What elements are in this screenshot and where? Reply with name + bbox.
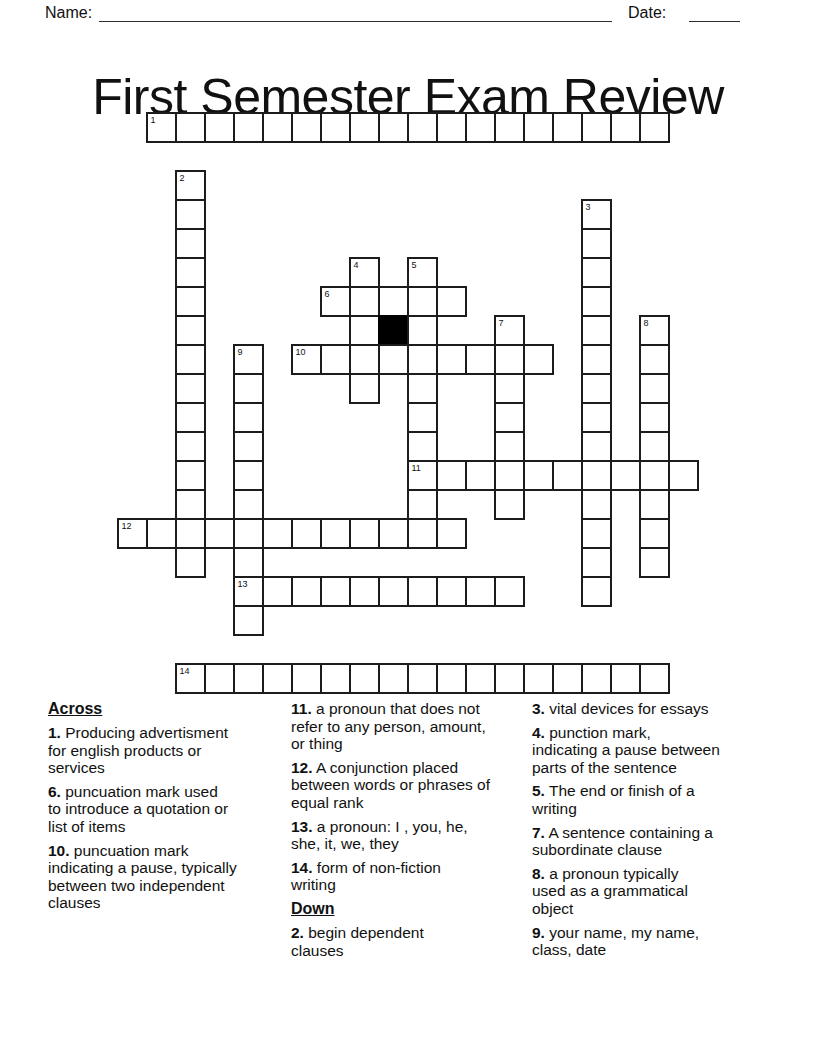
grid-cell[interactable]: [233, 373, 264, 404]
grid-cell[interactable]: [494, 663, 525, 694]
clue-number-label: 3.: [532, 700, 545, 717]
grid-cell[interactable]: [581, 257, 612, 288]
clue-9-down: 9. your name, my name, class, date: [532, 924, 766, 959]
grid-cell[interactable]: [639, 663, 670, 694]
grid-cell[interactable]: [581, 460, 612, 491]
grid-cell[interactable]: [349, 286, 380, 317]
clue-text: Producing advertisment for english produ…: [48, 724, 228, 776]
cell-number-14: 14: [175, 663, 190, 676]
grid-cell[interactable]: [175, 402, 206, 433]
grid-cell[interactable]: [146, 518, 177, 549]
grid-cell[interactable]: [610, 112, 641, 143]
grid-cell[interactable]: [523, 460, 554, 491]
clue-number-label: 10.: [48, 842, 70, 859]
grid-cell[interactable]: [175, 431, 206, 462]
grid-cell[interactable]: [581, 576, 612, 607]
grid-cell[interactable]: [610, 663, 641, 694]
grid-cell[interactable]: [291, 576, 322, 607]
cell-number-5: 5: [407, 257, 417, 270]
grid-cell[interactable]: [639, 489, 670, 520]
grid-cell[interactable]: [262, 112, 293, 143]
grid-cell[interactable]: [320, 518, 351, 549]
cell-number-13: 13: [233, 576, 248, 589]
grid-cell[interactable]: [494, 373, 525, 404]
clue-5-down: 5. The end or finish of a writing: [532, 782, 766, 817]
grid-cell[interactable]: [233, 460, 264, 491]
crossword-grid: 1234567891011121314: [117, 112, 699, 694]
grid-cell[interactable]: [291, 518, 322, 549]
grid-cell[interactable]: [175, 547, 206, 578]
grid-cell[interactable]: [262, 518, 293, 549]
grid-cell[interactable]: [465, 460, 496, 491]
grid-cell[interactable]: [407, 344, 438, 375]
grid-cell[interactable]: [581, 112, 612, 143]
grid-cell[interactable]: [378, 663, 409, 694]
clue-text: puncuation mark used to introduce a quot…: [48, 783, 228, 835]
clue-13-across: 13. a pronoun: I , you, he, she, it, we,…: [291, 818, 537, 853]
cell-number-6: 6: [320, 286, 330, 299]
grid-cell[interactable]: [581, 547, 612, 578]
clue-2-down: 2. begin dependent clauses: [291, 924, 537, 959]
clue-column-3: 3. vital devices for essays4. punction m…: [532, 700, 766, 965]
grid-cell[interactable]: [552, 663, 583, 694]
grid-cell[interactable]: [349, 518, 380, 549]
clue-text: form of non-fiction writing: [291, 859, 441, 894]
grid-cell[interactable]: [581, 402, 612, 433]
clue-number-label: 2.: [291, 924, 304, 941]
grid-cell[interactable]: [175, 489, 206, 520]
clue-text: The end or finish of a writing: [532, 782, 695, 817]
clue-number-label: 12.: [291, 759, 313, 776]
grid-cell[interactable]: [407, 315, 438, 346]
clue-8-down: 8. a pronoun typically used as a grammat…: [532, 865, 766, 918]
grid-cell[interactable]: [523, 112, 554, 143]
grid-cell[interactable]: [407, 286, 438, 317]
clue-4-down: 4. punction mark, indicating a pause bet…: [532, 724, 766, 777]
grid-cell[interactable]: [436, 460, 467, 491]
clue-number-label: 13.: [291, 818, 313, 835]
clue-number-label: 14.: [291, 859, 313, 876]
grid-cell[interactable]: [262, 663, 293, 694]
grid-cell[interactable]: [436, 576, 467, 607]
grid-cell[interactable]: [407, 373, 438, 404]
grid-cell[interactable]: [407, 489, 438, 520]
grid-cell[interactable]: [465, 663, 496, 694]
grid-cell[interactable]: [204, 518, 235, 549]
grid-cell[interactable]: [610, 460, 641, 491]
grid-cell[interactable]: [291, 663, 322, 694]
cell-number-2: 2: [175, 170, 185, 183]
cell-number-4: 4: [349, 257, 359, 270]
grid-cell[interactable]: [436, 663, 467, 694]
grid-cell[interactable]: [175, 228, 206, 259]
clue-number-label: 1.: [48, 724, 61, 741]
grid-cell[interactable]: [233, 605, 264, 636]
clue-7-down: 7. A sentence containing a subordinate c…: [532, 824, 766, 859]
grid-cell[interactable]: [349, 344, 380, 375]
clue-number-label: 5.: [532, 782, 545, 799]
grid-cell[interactable]: [175, 315, 206, 346]
date-label: Date:: [628, 4, 666, 22]
grid-cell[interactable]: [175, 112, 206, 143]
grid-cell[interactable]: [378, 518, 409, 549]
grid-cell[interactable]: [320, 344, 351, 375]
grid-cell[interactable]: [494, 489, 525, 520]
grid-cell[interactable]: [494, 402, 525, 433]
grid-cell[interactable]: [436, 344, 467, 375]
grid-cell[interactable]: [581, 431, 612, 462]
clue-text: puncuation mark indicating a pause, typi…: [48, 842, 237, 912]
worksheet-page: { "game": "crossword", "title": "First S…: [0, 0, 816, 1056]
grid-cell[interactable]: [349, 663, 380, 694]
clue-text: A sentence containing a subordinate clau…: [532, 824, 713, 859]
grid-cell[interactable]: [436, 518, 467, 549]
cell-number-9: 9: [233, 344, 243, 357]
grid-cell[interactable]: [233, 663, 264, 694]
grid-cell[interactable]: [175, 518, 206, 549]
grid-cell[interactable]: [291, 112, 322, 143]
clue-number-label: 4.: [532, 724, 545, 741]
grid-cell[interactable]: [639, 431, 670, 462]
grid-cell[interactable]: [175, 257, 206, 288]
grid-cell[interactable]: [349, 112, 380, 143]
grid-cell[interactable]: [639, 112, 670, 143]
grid-cell[interactable]: [233, 112, 264, 143]
clue-text: begin dependent clauses: [291, 924, 424, 959]
grid-cell[interactable]: [436, 112, 467, 143]
cell-number-10: 10: [291, 344, 306, 357]
grid-cell[interactable]: [639, 373, 670, 404]
grid-cell[interactable]: [175, 344, 206, 375]
grid-cell[interactable]: [233, 431, 264, 462]
grid-cell[interactable]: [378, 344, 409, 375]
grid-cell[interactable]: [233, 489, 264, 520]
grid-cell[interactable]: [552, 460, 583, 491]
grid-cell[interactable]: [378, 576, 409, 607]
grid-cell[interactable]: [175, 373, 206, 404]
grid-cell[interactable]: [407, 576, 438, 607]
grid-cell[interactable]: [175, 199, 206, 230]
grid-cell[interactable]: [465, 576, 496, 607]
clue-number-label: 6.: [48, 783, 61, 800]
grid-cell[interactable]: [407, 112, 438, 143]
date-blank-line[interactable]: [689, 21, 740, 22]
grid-cell[interactable]: [320, 663, 351, 694]
grid-cell[interactable]: [349, 315, 380, 346]
grid-cell[interactable]: [581, 373, 612, 404]
grid-cell[interactable]: [204, 112, 235, 143]
grid-cell[interactable]: [494, 431, 525, 462]
name-blank-line[interactable]: [99, 21, 612, 22]
grid-cell[interactable]: [349, 373, 380, 404]
clue-text: vital devices for essays: [545, 700, 709, 717]
grid-cell[interactable]: [407, 518, 438, 549]
grid-cell[interactable]: [581, 344, 612, 375]
grid-cell[interactable]: [378, 112, 409, 143]
grid-cell[interactable]: [639, 460, 670, 491]
grid-cell[interactable]: [320, 576, 351, 607]
clue-number-label: 9.: [532, 924, 545, 941]
cell-number-12: 12: [117, 518, 132, 531]
clue-text: your name, my name, class, date: [532, 924, 699, 959]
clue-number-label: 11.: [291, 700, 312, 717]
cell-number-7: 7: [494, 315, 504, 328]
clue-14-across: 14. form of non-fiction writing: [291, 859, 537, 894]
clue-text: punction mark, indicating a pause betwee…: [532, 724, 720, 776]
clue-10-across: 10. puncuation mark indicating a pause, …: [48, 842, 280, 912]
grid-cell[interactable]: [639, 518, 670, 549]
black-cell: [378, 315, 409, 346]
cell-number-1: 1: [146, 112, 156, 125]
grid-cell[interactable]: [639, 547, 670, 578]
clue-text: a pronoun typically used as a grammatica…: [532, 865, 688, 917]
clue-1-across: 1. Producing advertisment for english pr…: [48, 724, 280, 777]
grid-cell[interactable]: [581, 489, 612, 520]
grid-cell[interactable]: [581, 315, 612, 346]
grid-cell[interactable]: [668, 460, 699, 491]
grid-cell[interactable]: [407, 402, 438, 433]
grid-cell[interactable]: [233, 518, 264, 549]
grid-cell[interactable]: [436, 286, 467, 317]
grid-cell[interactable]: [639, 402, 670, 433]
clue-number-label: 8.: [532, 865, 545, 882]
clue-column-1: Across1. Producing advertisment for engl…: [48, 700, 280, 918]
clue-12-across: 12. A conjunction placed between words o…: [291, 759, 537, 812]
clue-text: A conjunction placed between words or ph…: [291, 759, 490, 811]
grid-cell[interactable]: [465, 344, 496, 375]
grid-cell[interactable]: [639, 344, 670, 375]
grid-cell[interactable]: [494, 112, 525, 143]
clue-6-across: 6. puncuation mark used to introduce a q…: [48, 783, 280, 836]
clue-3-down: 3. vital devices for essays: [532, 700, 766, 718]
grid-cell[interactable]: [407, 663, 438, 694]
grid-cell[interactable]: [523, 344, 554, 375]
grid-cell[interactable]: [349, 576, 380, 607]
grid-cell[interactable]: [262, 576, 293, 607]
grid-cell[interactable]: [204, 663, 235, 694]
grid-cell[interactable]: [175, 286, 206, 317]
grid-cell[interactable]: [233, 547, 264, 578]
grid-cell[interactable]: [494, 344, 525, 375]
grid-cell[interactable]: [233, 402, 264, 433]
clue-text: a pronoun: I , you, he, she, it, we, the…: [291, 818, 468, 853]
clue-number-label: 7.: [532, 824, 545, 841]
across-header: Across: [48, 700, 280, 718]
grid-cell[interactable]: [581, 228, 612, 259]
grid-cell[interactable]: [465, 112, 496, 143]
grid-cell[interactable]: [378, 286, 409, 317]
grid-cell[interactable]: [581, 663, 612, 694]
grid-cell[interactable]: [494, 576, 525, 607]
cell-number-3: 3: [581, 199, 591, 212]
down-header: Down: [291, 900, 537, 918]
name-label: Name:: [45, 4, 92, 22]
grid-cell[interactable]: [494, 460, 525, 491]
grid-cell[interactable]: [581, 286, 612, 317]
grid-cell[interactable]: [175, 460, 206, 491]
clue-11-across: 11. a pronoun that does not refer to any…: [291, 700, 537, 753]
clue-column-2: 11. a pronoun that does not refer to any…: [291, 700, 537, 965]
clue-text: a pronoun that does not refer to any per…: [291, 700, 486, 752]
grid-cell[interactable]: [581, 518, 612, 549]
cell-number-8: 8: [639, 315, 649, 328]
grid-cell[interactable]: [407, 431, 438, 462]
grid-cell[interactable]: [523, 663, 554, 694]
grid-cell[interactable]: [320, 112, 351, 143]
grid-cell[interactable]: [552, 112, 583, 143]
cell-number-11: 11: [407, 460, 421, 473]
